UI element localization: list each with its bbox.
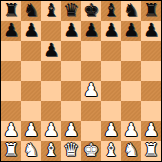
square-d5[interactable]	[61, 61, 81, 81]
square-b5[interactable]	[21, 61, 41, 81]
piece-white-pawn[interactable]: ♟	[43, 121, 59, 140]
piece-white-bishop[interactable]: ♝	[43, 141, 59, 160]
square-g5[interactable]	[121, 61, 141, 81]
piece-white-knight[interactable]: ♞	[23, 141, 39, 160]
piece-black-pawn[interactable]: ♟	[3, 21, 19, 40]
piece-white-pawn[interactable]: ♟	[143, 121, 159, 140]
square-c1[interactable]: ♝	[41, 141, 61, 161]
square-g8[interactable]: ♞	[121, 1, 141, 21]
square-d4[interactable]	[61, 81, 81, 101]
square-d3[interactable]	[61, 101, 81, 121]
piece-white-rook[interactable]: ♜	[143, 141, 159, 160]
square-g3[interactable]	[121, 101, 141, 121]
square-c5[interactable]	[41, 61, 61, 81]
piece-black-king[interactable]: ♚	[83, 1, 99, 20]
square-f7[interactable]: ♟	[101, 21, 121, 41]
piece-white-pawn[interactable]: ♟	[3, 121, 19, 140]
piece-white-knight[interactable]: ♞	[123, 141, 139, 160]
piece-black-pawn[interactable]: ♟	[63, 21, 79, 40]
square-b8[interactable]: ♞	[21, 1, 41, 21]
square-a4[interactable]	[1, 81, 21, 101]
square-g4[interactable]	[121, 81, 141, 101]
square-d6[interactable]	[61, 41, 81, 61]
square-e3[interactable]	[81, 101, 101, 121]
square-a6[interactable]	[1, 41, 21, 61]
square-h4[interactable]	[141, 81, 161, 101]
square-c3[interactable]	[41, 101, 61, 121]
piece-black-rook[interactable]: ♜	[3, 1, 19, 20]
square-a5[interactable]	[1, 61, 21, 81]
square-e5[interactable]	[81, 61, 101, 81]
piece-black-pawn[interactable]: ♟	[23, 21, 39, 40]
square-h1[interactable]: ♜	[141, 141, 161, 161]
square-h7[interactable]: ♟	[141, 21, 161, 41]
square-h2[interactable]: ♟	[141, 121, 161, 141]
square-b7[interactable]: ♟	[21, 21, 41, 41]
piece-black-pawn[interactable]: ♟	[103, 21, 119, 40]
square-b3[interactable]	[21, 101, 41, 121]
square-c4[interactable]	[41, 81, 61, 101]
piece-black-pawn[interactable]: ♟	[143, 21, 159, 40]
piece-white-pawn[interactable]: ♟	[103, 121, 119, 140]
square-f6[interactable]	[101, 41, 121, 61]
square-e8[interactable]: ♚	[81, 1, 101, 21]
square-f2[interactable]: ♟	[101, 121, 121, 141]
square-h8[interactable]: ♜	[141, 1, 161, 21]
square-f5[interactable]	[101, 61, 121, 81]
square-g1[interactable]: ♞	[121, 141, 141, 161]
square-f4[interactable]	[101, 81, 121, 101]
square-d7[interactable]: ♟	[61, 21, 81, 41]
square-e2[interactable]	[81, 121, 101, 141]
square-b1[interactable]: ♞	[21, 141, 41, 161]
square-b6[interactable]	[21, 41, 41, 61]
square-b2[interactable]: ♟	[21, 121, 41, 141]
piece-white-pawn[interactable]: ♟	[63, 121, 79, 140]
piece-black-pawn[interactable]: ♟	[43, 41, 59, 60]
piece-white-pawn[interactable]: ♟	[23, 121, 39, 140]
piece-black-pawn[interactable]: ♟	[83, 21, 99, 40]
piece-white-pawn[interactable]: ♟	[83, 81, 99, 100]
piece-white-pawn[interactable]: ♟	[123, 121, 139, 140]
square-f8[interactable]: ♝	[101, 1, 121, 21]
square-f1[interactable]: ♝	[101, 141, 121, 161]
piece-black-bishop[interactable]: ♝	[43, 1, 59, 20]
square-a3[interactable]	[1, 101, 21, 121]
piece-white-rook[interactable]: ♜	[3, 141, 19, 160]
square-e1[interactable]: ♚	[81, 141, 101, 161]
piece-black-pawn[interactable]: ♟	[123, 21, 139, 40]
piece-black-knight[interactable]: ♞	[123, 1, 139, 20]
square-a2[interactable]: ♟	[1, 121, 21, 141]
square-d2[interactable]: ♟	[61, 121, 81, 141]
square-c2[interactable]: ♟	[41, 121, 61, 141]
square-c7[interactable]	[41, 21, 61, 41]
piece-white-king[interactable]: ♚	[83, 141, 99, 160]
square-b4[interactable]	[21, 81, 41, 101]
square-e7[interactable]: ♟	[81, 21, 101, 41]
square-d1[interactable]: ♛	[61, 141, 81, 161]
square-e4[interactable]: ♟	[81, 81, 101, 101]
square-h3[interactable]	[141, 101, 161, 121]
square-d8[interactable]: ♛	[61, 1, 81, 21]
square-g6[interactable]	[121, 41, 141, 61]
square-h5[interactable]	[141, 61, 161, 81]
square-e6[interactable]	[81, 41, 101, 61]
piece-black-queen[interactable]: ♛	[63, 1, 79, 20]
square-a7[interactable]: ♟	[1, 21, 21, 41]
square-f3[interactable]	[101, 101, 121, 121]
chess-board: ♜♞♝♛♚♝♞♜♟♟♟♟♟♟♟♟♟♟♟♟♟♟♟♟♜♞♝♛♚♝♞♜	[0, 0, 162, 162]
square-g2[interactable]: ♟	[121, 121, 141, 141]
square-c6[interactable]: ♟	[41, 41, 61, 61]
square-g7[interactable]: ♟	[121, 21, 141, 41]
piece-white-queen[interactable]: ♛	[63, 141, 79, 160]
piece-black-rook[interactable]: ♜	[143, 1, 159, 20]
square-c8[interactable]: ♝	[41, 1, 61, 21]
piece-white-bishop[interactable]: ♝	[103, 141, 119, 160]
square-a8[interactable]: ♜	[1, 1, 21, 21]
square-h6[interactable]	[141, 41, 161, 61]
square-a1[interactable]: ♜	[1, 141, 21, 161]
piece-black-knight[interactable]: ♞	[23, 1, 39, 20]
piece-black-bishop[interactable]: ♝	[103, 1, 119, 20]
